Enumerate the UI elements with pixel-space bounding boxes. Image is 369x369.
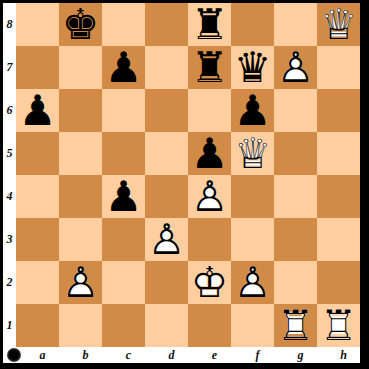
square-d7[interactable]	[145, 46, 188, 89]
square-a6[interactable]: ♟	[16, 89, 59, 132]
piece-white-pawn-b2[interactable]: ♟♙	[59, 261, 102, 304]
square-c4[interactable]: ♟	[102, 175, 145, 218]
square-c3[interactable]	[102, 218, 145, 261]
piece-black-rook-e7[interactable]: ♜	[188, 46, 231, 89]
square-c7[interactable]: ♟	[102, 46, 145, 89]
square-b5[interactable]	[59, 132, 102, 175]
black-queen-glyph: ♛	[234, 47, 272, 89]
square-h8[interactable]: ♛♕	[317, 3, 360, 46]
black-pawn-glyph: ♟	[105, 176, 143, 218]
file-label-h: h	[322, 348, 365, 363]
white-pawn-glyph: ♙	[148, 219, 186, 261]
rank-label-5: 5	[3, 132, 16, 175]
square-f2[interactable]: ♟♙	[231, 261, 274, 304]
square-a3[interactable]	[16, 218, 59, 261]
square-h6[interactable]	[317, 89, 360, 132]
piece-black-king-b8[interactable]: ♚	[59, 3, 102, 46]
black-pawn-glyph: ♟	[105, 47, 143, 89]
black-pawn-glyph: ♟	[19, 90, 57, 132]
piece-white-rook-h1[interactable]: ♜♖	[317, 304, 360, 347]
square-f3[interactable]	[231, 218, 274, 261]
piece-black-pawn-a6[interactable]: ♟	[16, 89, 59, 132]
square-f5[interactable]: ♛♕	[231, 132, 274, 175]
square-g5[interactable]	[274, 132, 317, 175]
piece-black-pawn-f6[interactable]: ♟	[231, 89, 274, 132]
chess-diagram: 87654321 ♚♜♛♕♟♜♛♟♙♟♟♟♛♕♟♟♙♟♙♟♙♚♔♟♙♜♖♜♖ a…	[0, 0, 369, 369]
white-pawn-glyph: ♙	[191, 176, 229, 218]
white-pawn-glyph: ♙	[62, 262, 100, 304]
square-d2[interactable]	[145, 261, 188, 304]
file-label-g: g	[279, 348, 322, 363]
square-a8[interactable]	[16, 3, 59, 46]
chess-board: ♚♜♛♕♟♜♛♟♙♟♟♟♛♕♟♟♙♟♙♟♙♚♔♟♙♜♖♜♖	[16, 3, 360, 347]
white-rook-glyph: ♖	[320, 305, 358, 347]
square-g6[interactable]	[274, 89, 317, 132]
rank-label-2: 2	[3, 261, 16, 304]
square-h5[interactable]	[317, 132, 360, 175]
square-e1[interactable]	[188, 304, 231, 347]
file-label-d: d	[150, 348, 193, 363]
square-e7[interactable]: ♜	[188, 46, 231, 89]
square-f1[interactable]	[231, 304, 274, 347]
square-c5[interactable]	[102, 132, 145, 175]
file-label-b: b	[64, 348, 107, 363]
piece-black-queen-f7[interactable]: ♛	[231, 46, 274, 89]
rank-label-3: 3	[3, 218, 16, 261]
black-rook-glyph: ♜	[191, 47, 229, 89]
square-h4[interactable]	[317, 175, 360, 218]
square-a4[interactable]	[16, 175, 59, 218]
file-label-f: f	[236, 348, 279, 363]
piece-white-queen-h8[interactable]: ♛♕	[317, 3, 360, 46]
square-a7[interactable]	[16, 46, 59, 89]
square-f6[interactable]: ♟	[231, 89, 274, 132]
piece-black-pawn-e5[interactable]: ♟	[188, 132, 231, 175]
square-e3[interactable]	[188, 218, 231, 261]
white-rook-glyph: ♖	[277, 305, 315, 347]
file-label-e: e	[193, 348, 236, 363]
square-f4[interactable]	[231, 175, 274, 218]
square-g3[interactable]	[274, 218, 317, 261]
square-g1[interactable]: ♜♖	[274, 304, 317, 347]
square-c1[interactable]	[102, 304, 145, 347]
square-e2[interactable]: ♚♔	[188, 261, 231, 304]
square-b4[interactable]	[59, 175, 102, 218]
piece-white-pawn-d3[interactable]: ♟♙	[145, 218, 188, 261]
square-d8[interactable]	[145, 3, 188, 46]
square-g2[interactable]	[274, 261, 317, 304]
square-c2[interactable]	[102, 261, 145, 304]
square-e5[interactable]: ♟	[188, 132, 231, 175]
square-d4[interactable]	[145, 175, 188, 218]
square-a1[interactable]	[16, 304, 59, 347]
white-pawn-glyph: ♙	[277, 47, 315, 89]
piece-white-king-e2[interactable]: ♚♔	[188, 261, 231, 304]
black-pawn-glyph: ♟	[191, 133, 229, 175]
white-pawn-glyph: ♙	[234, 262, 272, 304]
piece-black-rook-e8[interactable]: ♜	[188, 3, 231, 46]
piece-white-queen-f5[interactable]: ♛♕	[231, 132, 274, 175]
black-rook-glyph: ♜	[191, 4, 229, 46]
file-label-a: a	[21, 348, 64, 363]
square-b6[interactable]	[59, 89, 102, 132]
rank-label-7: 7	[3, 46, 16, 89]
square-c8[interactable]	[102, 3, 145, 46]
black-pawn-glyph: ♟	[234, 90, 272, 132]
file-label-c: c	[107, 348, 150, 363]
rank-label-6: 6	[3, 89, 16, 132]
black-king-glyph: ♚	[62, 4, 100, 46]
square-g4[interactable]	[274, 175, 317, 218]
square-g7[interactable]: ♟♙	[274, 46, 317, 89]
square-e4[interactable]: ♟♙	[188, 175, 231, 218]
rank-labels: 87654321	[3, 3, 16, 347]
piece-white-pawn-f2[interactable]: ♟♙	[231, 261, 274, 304]
square-b8[interactable]: ♚	[59, 3, 102, 46]
square-h7[interactable]	[317, 46, 360, 89]
square-h2[interactable]	[317, 261, 360, 304]
white-queen-glyph: ♕	[320, 4, 358, 46]
piece-white-pawn-e4[interactable]: ♟♙	[188, 175, 231, 218]
square-h3[interactable]	[317, 218, 360, 261]
white-queen-glyph: ♕	[234, 133, 272, 175]
square-a2[interactable]	[16, 261, 59, 304]
square-d6[interactable]	[145, 89, 188, 132]
rank-label-4: 4	[3, 175, 16, 218]
square-b2[interactable]: ♟♙	[59, 261, 102, 304]
square-f8[interactable]	[231, 3, 274, 46]
square-g8[interactable]	[274, 3, 317, 46]
file-labels: abcdefgh	[3, 347, 360, 363]
square-b1[interactable]	[59, 304, 102, 347]
piece-white-rook-g1[interactable]: ♜♖	[274, 304, 317, 347]
square-e6[interactable]	[188, 89, 231, 132]
square-b3[interactable]	[59, 218, 102, 261]
black-to-move-indicator	[7, 348, 21, 362]
square-h1[interactable]: ♜♖	[317, 304, 360, 347]
white-king-glyph: ♔	[191, 262, 229, 304]
rank-label-8: 8	[3, 3, 16, 46]
square-d1[interactable]	[145, 304, 188, 347]
rank-label-1: 1	[3, 304, 16, 347]
piece-black-pawn-c4[interactable]: ♟	[102, 175, 145, 218]
piece-white-pawn-g7[interactable]: ♟♙	[274, 46, 317, 89]
square-c6[interactable]	[102, 89, 145, 132]
square-e8[interactable]: ♜	[188, 3, 231, 46]
square-a5[interactable]	[16, 132, 59, 175]
move-indicator-corner	[3, 347, 21, 363]
square-f7[interactable]: ♛	[231, 46, 274, 89]
square-b7[interactable]	[59, 46, 102, 89]
square-d5[interactable]	[145, 132, 188, 175]
piece-black-pawn-c7[interactable]: ♟	[102, 46, 145, 89]
square-d3[interactable]: ♟♙	[145, 218, 188, 261]
